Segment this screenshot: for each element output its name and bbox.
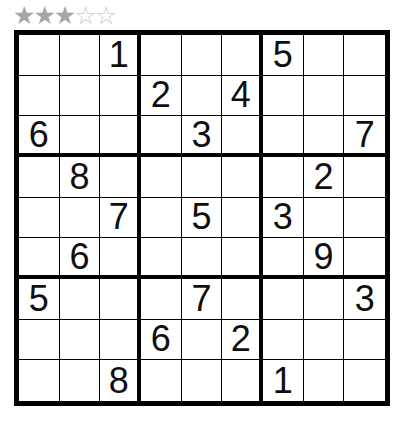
cell-r6c8[interactable]: 9 (304, 238, 345, 279)
cell-r4c4[interactable] (141, 157, 182, 198)
cell-r2c6[interactable]: 4 (222, 76, 263, 117)
cell-r2c3[interactable] (100, 76, 141, 117)
cell-r3c1[interactable]: 6 (19, 116, 60, 157)
cell-r6c4[interactable] (141, 238, 182, 279)
cell-r9c7[interactable]: 1 (263, 360, 304, 401)
cell-r9c8[interactable] (304, 360, 345, 401)
sudoku-page: ★★★☆☆ 152463782753695736281 (0, 0, 405, 421)
cell-r1c2[interactable] (60, 35, 101, 76)
cell-r8c4[interactable]: 6 (141, 320, 182, 361)
cell-r3c6[interactable] (222, 116, 263, 157)
cell-r3c2[interactable] (60, 116, 101, 157)
cell-r7c5[interactable]: 7 (182, 279, 223, 320)
cell-r9c9[interactable] (344, 360, 385, 401)
cell-r4c3[interactable] (100, 157, 141, 198)
cell-r6c3[interactable] (100, 238, 141, 279)
cell-r4c6[interactable] (222, 157, 263, 198)
cell-r4c8[interactable]: 2 (304, 157, 345, 198)
cell-r4c2[interactable]: 8 (60, 157, 101, 198)
cell-r7c8[interactable] (304, 279, 345, 320)
cell-r2c2[interactable] (60, 76, 101, 117)
cell-r6c7[interactable] (263, 238, 304, 279)
cell-r9c2[interactable] (60, 360, 101, 401)
cell-r3c9[interactable]: 7 (344, 116, 385, 157)
cell-r5c5[interactable]: 5 (182, 198, 223, 239)
cell-r9c6[interactable] (222, 360, 263, 401)
cell-r7c3[interactable] (100, 279, 141, 320)
cell-r1c1[interactable] (19, 35, 60, 76)
cell-r2c8[interactable] (304, 76, 345, 117)
cell-r6c1[interactable] (19, 238, 60, 279)
cell-r8c8[interactable] (304, 320, 345, 361)
cell-r8c5[interactable] (182, 320, 223, 361)
star-filled-icon: ★ (54, 1, 74, 29)
cell-r1c8[interactable] (304, 35, 345, 76)
cell-r2c5[interactable] (182, 76, 223, 117)
star-filled-icon: ★ (13, 1, 33, 29)
cell-r3c7[interactable] (263, 116, 304, 157)
cell-r9c4[interactable] (141, 360, 182, 401)
cell-r5c9[interactable] (344, 198, 385, 239)
cell-r2c9[interactable] (344, 76, 385, 117)
cell-r6c5[interactable] (182, 238, 223, 279)
cell-r5c1[interactable] (19, 198, 60, 239)
cell-r1c5[interactable] (182, 35, 223, 76)
cell-r1c3[interactable]: 1 (100, 35, 141, 76)
cell-r7c4[interactable] (141, 279, 182, 320)
cell-r3c8[interactable] (304, 116, 345, 157)
star-filled-icon: ★ (33, 1, 53, 29)
cell-r8c9[interactable] (344, 320, 385, 361)
cell-r5c3[interactable]: 7 (100, 198, 141, 239)
cell-r9c1[interactable] (19, 360, 60, 401)
star-empty-icon: ☆ (74, 1, 94, 29)
sudoku-board: 152463782753695736281 (14, 30, 390, 406)
cell-r3c4[interactable] (141, 116, 182, 157)
cell-r8c6[interactable]: 2 (222, 320, 263, 361)
cell-r8c2[interactable] (60, 320, 101, 361)
cell-r4c1[interactable] (19, 157, 60, 198)
difficulty-rating: ★★★☆☆ (13, 1, 115, 29)
cell-r7c2[interactable] (60, 279, 101, 320)
cell-r7c9[interactable]: 3 (344, 279, 385, 320)
cell-r8c1[interactable] (19, 320, 60, 361)
cell-r1c7[interactable]: 5 (263, 35, 304, 76)
cell-r4c5[interactable] (182, 157, 223, 198)
cell-r1c9[interactable] (344, 35, 385, 76)
cell-r4c7[interactable] (263, 157, 304, 198)
cell-r5c7[interactable]: 3 (263, 198, 304, 239)
cell-r1c4[interactable] (141, 35, 182, 76)
cell-r5c4[interactable] (141, 198, 182, 239)
cell-r8c3[interactable] (100, 320, 141, 361)
star-empty-icon: ☆ (95, 1, 115, 29)
cell-r1c6[interactable] (222, 35, 263, 76)
cell-r6c6[interactable] (222, 238, 263, 279)
cell-r2c1[interactable] (19, 76, 60, 117)
cell-r6c2[interactable]: 6 (60, 238, 101, 279)
cell-r2c7[interactable] (263, 76, 304, 117)
cell-r2c4[interactable]: 2 (141, 76, 182, 117)
cell-r6c9[interactable] (344, 238, 385, 279)
cell-r5c6[interactable] (222, 198, 263, 239)
cell-r7c1[interactable]: 5 (19, 279, 60, 320)
cell-r3c5[interactable]: 3 (182, 116, 223, 157)
cell-r3c3[interactable] (100, 116, 141, 157)
cell-r5c8[interactable] (304, 198, 345, 239)
cell-r5c2[interactable] (60, 198, 101, 239)
cell-r9c5[interactable] (182, 360, 223, 401)
cell-r4c9[interactable] (344, 157, 385, 198)
cell-r8c7[interactable] (263, 320, 304, 361)
cell-r7c6[interactable] (222, 279, 263, 320)
cell-r9c3[interactable]: 8 (100, 360, 141, 401)
cell-r7c7[interactable] (263, 279, 304, 320)
